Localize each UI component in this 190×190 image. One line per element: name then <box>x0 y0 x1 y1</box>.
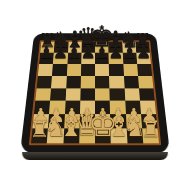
square-c7[interactable] <box>67 53 81 64</box>
square-b7[interactable] <box>53 53 68 64</box>
square-a4[interactable] <box>35 88 51 101</box>
square-d3[interactable] <box>80 101 95 114</box>
square-f2[interactable] <box>110 114 126 128</box>
square-b4[interactable] <box>50 88 66 101</box>
square-g4[interactable] <box>124 88 140 101</box>
square-b6[interactable] <box>52 64 67 76</box>
square-e8[interactable] <box>95 42 109 53</box>
square-e7[interactable] <box>95 53 109 64</box>
square-h5[interactable] <box>138 76 154 88</box>
square-g5[interactable] <box>124 76 139 88</box>
square-e6[interactable] <box>95 64 109 76</box>
square-d7[interactable] <box>81 53 95 64</box>
square-e1[interactable] <box>95 129 111 144</box>
square-d4[interactable] <box>80 88 95 101</box>
square-g7[interactable] <box>122 53 137 64</box>
square-c3[interactable] <box>64 101 80 114</box>
square-a2[interactable] <box>33 114 50 128</box>
square-d1[interactable] <box>79 129 95 144</box>
square-c1[interactable] <box>63 129 79 144</box>
square-a7[interactable] <box>39 53 54 64</box>
square-e2[interactable] <box>95 114 111 128</box>
square-f3[interactable] <box>110 101 126 114</box>
square-g6[interactable] <box>123 64 138 76</box>
square-g1[interactable] <box>126 129 143 144</box>
square-b3[interactable] <box>49 101 65 114</box>
square-h2[interactable] <box>141 114 158 128</box>
square-g2[interactable] <box>126 114 142 128</box>
square-h7[interactable] <box>136 53 151 64</box>
square-a6[interactable] <box>38 64 53 76</box>
square-f6[interactable] <box>109 64 124 76</box>
square-e3[interactable] <box>95 101 110 114</box>
square-a8[interactable] <box>40 42 55 53</box>
square-h4[interactable] <box>139 88 155 101</box>
square-f8[interactable] <box>108 42 122 53</box>
square-a1[interactable] <box>31 129 48 144</box>
board-accent-line <box>29 40 161 145</box>
square-c4[interactable] <box>65 88 80 101</box>
square-f4[interactable] <box>110 88 125 101</box>
square-h1[interactable] <box>142 129 159 144</box>
square-g3[interactable] <box>125 101 141 114</box>
square-f1[interactable] <box>111 129 127 144</box>
square-b2[interactable] <box>48 114 64 128</box>
square-c8[interactable] <box>68 42 82 53</box>
square-h6[interactable] <box>137 64 152 76</box>
square-b5[interactable] <box>51 76 66 88</box>
square-h3[interactable] <box>140 101 156 114</box>
square-d8[interactable] <box>81 42 95 53</box>
square-d2[interactable] <box>79 114 95 128</box>
square-c2[interactable] <box>64 114 80 128</box>
square-b1[interactable] <box>47 129 64 144</box>
square-b8[interactable] <box>54 42 68 53</box>
square-c5[interactable] <box>66 76 81 88</box>
square-e4[interactable] <box>95 88 110 101</box>
square-g8[interactable] <box>122 42 136 53</box>
square-a3[interactable] <box>34 101 50 114</box>
square-e5[interactable] <box>95 76 110 88</box>
square-c6[interactable] <box>66 64 81 76</box>
board-squares <box>31 42 159 144</box>
square-d5[interactable] <box>80 76 95 88</box>
chess-set-photo: ♜♞♝♛♚♝♞♜♟♟♟♟♟♟♟♟♟♟♟♟♟♟♟♟♜♞♝♛♚♝♞♜ <box>0 0 190 190</box>
square-f5[interactable] <box>109 76 124 88</box>
square-h8[interactable] <box>135 42 150 53</box>
square-f7[interactable] <box>109 53 123 64</box>
square-d6[interactable] <box>81 64 95 76</box>
square-a5[interactable] <box>37 76 53 88</box>
chess-board <box>20 33 170 153</box>
